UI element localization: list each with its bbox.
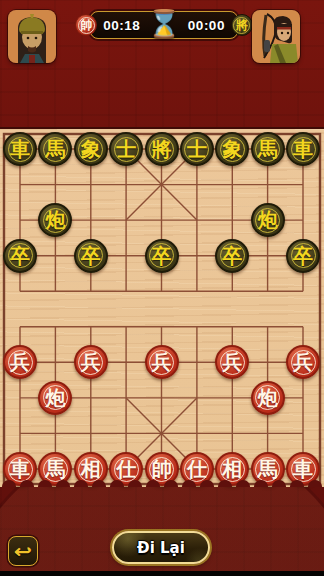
hourglass-icon: ⌛ xyxy=(147,10,181,37)
bottom-strip xyxy=(0,571,324,576)
piece-black[interactable]: 象 xyxy=(215,132,249,166)
xiangqi-app: 帥 00:18 ⌛ 00:00 將 xyxy=(0,0,324,576)
undo-button-label: Đi Lại xyxy=(137,539,185,557)
back-button[interactable]: ↩ xyxy=(8,536,38,566)
black-clock-label: 將 xyxy=(236,19,248,31)
red-clock-time: 00:18 xyxy=(103,18,140,33)
piece-black[interactable]: 士 xyxy=(180,132,214,166)
undo-button[interactable]: Đi Lại xyxy=(112,531,210,564)
xiangqi-board[interactable]: 車馬象士將士象馬車炮炮卒卒卒卒卒兵兵兵兵兵炮炮車馬相仕帥仕相馬車 xyxy=(0,127,324,487)
piece-red[interactable]: 兵 xyxy=(145,345,179,379)
piece-black[interactable]: 車 xyxy=(3,132,37,166)
timer-panel: 帥 00:18 ⌛ 00:00 將 xyxy=(90,11,238,39)
red-player-avatar xyxy=(8,10,56,63)
piece-black[interactable]: 象 xyxy=(74,132,108,166)
piece-black[interactable]: 卒 xyxy=(74,239,108,273)
piece-black[interactable]: 士 xyxy=(109,132,143,166)
piece-black[interactable]: 炮 xyxy=(251,203,285,237)
piece-black[interactable]: 車 xyxy=(286,132,320,166)
red-king-icon: 帥 xyxy=(75,14,97,36)
piece-black[interactable]: 將 xyxy=(145,132,179,166)
piece-black[interactable]: 馬 xyxy=(251,132,285,166)
board-grid xyxy=(0,129,324,489)
back-arrow-icon: ↩ xyxy=(14,542,32,561)
piece-black[interactable]: 卒 xyxy=(145,239,179,273)
piece-black[interactable]: 卒 xyxy=(215,239,249,273)
black-player-avatar xyxy=(252,10,300,63)
red-player-avatar-image xyxy=(8,10,56,63)
piece-red[interactable]: 炮 xyxy=(251,381,285,415)
piece-red[interactable]: 兵 xyxy=(74,345,108,379)
piece-black[interactable]: 卒 xyxy=(3,239,37,273)
black-clock-time: 00:00 xyxy=(188,18,225,33)
black-player-avatar-image xyxy=(252,10,300,63)
board-bottom-fringe xyxy=(0,478,324,487)
piece-black[interactable]: 卒 xyxy=(286,239,320,273)
black-king-icon: 將 xyxy=(231,14,253,36)
red-clock-label: 帥 xyxy=(80,19,92,31)
